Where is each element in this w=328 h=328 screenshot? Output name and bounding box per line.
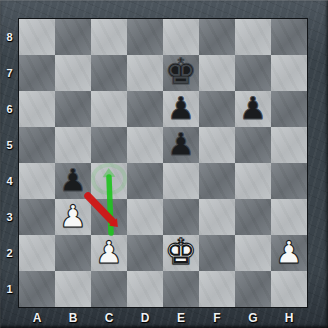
square-a6[interactable] xyxy=(19,91,55,127)
white-king[interactable]: ♚ xyxy=(163,235,199,271)
square-a8[interactable] xyxy=(19,19,55,55)
black-pawn[interactable]: ♟ xyxy=(163,91,199,127)
square-h5[interactable] xyxy=(271,127,307,163)
square-d3[interactable] xyxy=(127,199,163,235)
square-c3[interactable] xyxy=(91,199,127,235)
file-label-e: E xyxy=(163,307,199,328)
square-g4[interactable] xyxy=(235,163,271,199)
square-b6[interactable] xyxy=(55,91,91,127)
square-a5[interactable] xyxy=(19,127,55,163)
rank-label-5: 5 xyxy=(0,127,19,163)
white-pawn[interactable]: ♟ xyxy=(55,199,91,235)
chess-board: ♚♟♟♟♟♟♟♚♟ xyxy=(19,19,307,307)
file-label-b: B xyxy=(55,307,91,328)
square-c7[interactable] xyxy=(91,55,127,91)
white-pawn[interactable]: ♟ xyxy=(271,235,307,271)
square-c8[interactable] xyxy=(91,19,127,55)
square-f8[interactable] xyxy=(199,19,235,55)
square-a2[interactable] xyxy=(19,235,55,271)
square-b7[interactable] xyxy=(55,55,91,91)
black-pawn[interactable]: ♟ xyxy=(163,127,199,163)
square-d6[interactable] xyxy=(127,91,163,127)
rank-label-4: 4 xyxy=(0,163,19,199)
square-f7[interactable] xyxy=(199,55,235,91)
square-h6[interactable] xyxy=(271,91,307,127)
file-label-h: H xyxy=(271,307,307,328)
square-h1[interactable] xyxy=(271,271,307,307)
square-g7[interactable] xyxy=(235,55,271,91)
square-e6[interactable]: ♟ xyxy=(163,91,199,127)
black-pawn[interactable]: ♟ xyxy=(235,91,271,127)
square-b1[interactable] xyxy=(55,271,91,307)
rank-label-8: 8 xyxy=(0,19,19,55)
square-f2[interactable] xyxy=(199,235,235,271)
square-g5[interactable] xyxy=(235,127,271,163)
square-f4[interactable] xyxy=(199,163,235,199)
square-e5[interactable]: ♟ xyxy=(163,127,199,163)
square-a7[interactable] xyxy=(19,55,55,91)
square-e4[interactable] xyxy=(163,163,199,199)
square-d4[interactable] xyxy=(127,163,163,199)
square-d8[interactable] xyxy=(127,19,163,55)
square-a1[interactable] xyxy=(19,271,55,307)
square-f3[interactable] xyxy=(199,199,235,235)
square-h2[interactable]: ♟ xyxy=(271,235,307,271)
square-e3[interactable] xyxy=(163,199,199,235)
square-g1[interactable] xyxy=(235,271,271,307)
square-b5[interactable] xyxy=(55,127,91,163)
square-h4[interactable] xyxy=(271,163,307,199)
rank-label-3: 3 xyxy=(0,199,19,235)
square-h3[interactable] xyxy=(271,199,307,235)
rank-label-2: 2 xyxy=(0,235,19,271)
white-pawn[interactable]: ♟ xyxy=(91,235,127,271)
file-label-f: F xyxy=(199,307,235,328)
square-d7[interactable] xyxy=(127,55,163,91)
square-d5[interactable] xyxy=(127,127,163,163)
square-e2[interactable]: ♚ xyxy=(163,235,199,271)
square-b3[interactable]: ♟ xyxy=(55,199,91,235)
square-e1[interactable] xyxy=(163,271,199,307)
square-c5[interactable] xyxy=(91,127,127,163)
square-b4[interactable]: ♟ xyxy=(55,163,91,199)
file-label-a: A xyxy=(19,307,55,328)
rank-label-1: 1 xyxy=(0,271,19,307)
square-a4[interactable] xyxy=(19,163,55,199)
square-c2[interactable]: ♟ xyxy=(91,235,127,271)
square-g6[interactable]: ♟ xyxy=(235,91,271,127)
rank-label-6: 6 xyxy=(0,91,19,127)
file-label-d: D xyxy=(127,307,163,328)
square-b2[interactable] xyxy=(55,235,91,271)
square-c4[interactable] xyxy=(91,163,127,199)
square-g3[interactable] xyxy=(235,199,271,235)
square-d2[interactable] xyxy=(127,235,163,271)
square-h8[interactable] xyxy=(271,19,307,55)
square-d1[interactable] xyxy=(127,271,163,307)
square-a3[interactable] xyxy=(19,199,55,235)
file-label-c: C xyxy=(91,307,127,328)
square-f6[interactable] xyxy=(199,91,235,127)
square-c1[interactable] xyxy=(91,271,127,307)
black-pawn[interactable]: ♟ xyxy=(55,163,91,199)
square-g8[interactable] xyxy=(235,19,271,55)
square-e8[interactable] xyxy=(163,19,199,55)
square-e7[interactable]: ♚ xyxy=(163,55,199,91)
square-g2[interactable] xyxy=(235,235,271,271)
file-label-g: G xyxy=(235,307,271,328)
square-b8[interactable] xyxy=(55,19,91,55)
square-f1[interactable] xyxy=(199,271,235,307)
rank-label-7: 7 xyxy=(0,55,19,91)
black-king[interactable]: ♚ xyxy=(163,55,199,91)
square-h7[interactable] xyxy=(271,55,307,91)
chess-window: ♚♟♟♟♟♟♟♚♟ 87654321 ABCDEFGH xyxy=(0,0,328,328)
square-f5[interactable] xyxy=(199,127,235,163)
square-c6[interactable] xyxy=(91,91,127,127)
